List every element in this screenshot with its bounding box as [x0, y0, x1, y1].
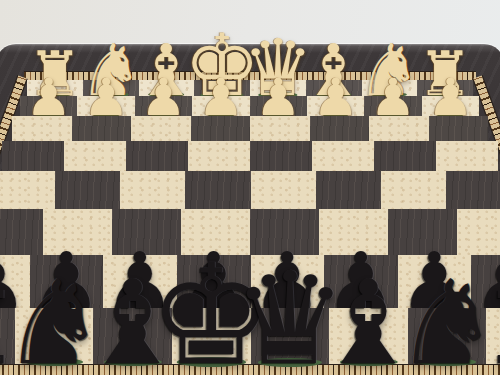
square-e2[interactable]: ♟: [192, 96, 249, 116]
square-c4[interactable]: [312, 141, 374, 171]
piece-black-rook[interactable]: ♜: [481, 279, 500, 375]
square-h4[interactable]: [2, 141, 64, 171]
square-h3[interactable]: [12, 116, 72, 141]
square-f5[interactable]: [120, 171, 185, 209]
square-b8[interactable]: ♞: [408, 308, 487, 364]
square-d2[interactable]: ♟: [250, 96, 307, 116]
rank-row-4: [2, 141, 498, 171]
square-g5[interactable]: [55, 171, 120, 209]
square-a5[interactable]: [446, 171, 500, 209]
rank-row-5: [0, 171, 500, 209]
square-f3[interactable]: [131, 116, 191, 141]
square-e4[interactable]: [188, 141, 250, 171]
square-e5[interactable]: [185, 171, 250, 209]
square-c2[interactable]: ♟: [307, 96, 364, 116]
square-g3[interactable]: [72, 116, 132, 141]
square-g2[interactable]: ♟: [77, 96, 134, 116]
square-d3[interactable]: [250, 116, 310, 141]
square-f4[interactable]: [126, 141, 188, 171]
rank-row-2: ♟♟♟♟♟♟♟♟: [20, 96, 479, 116]
square-b4[interactable]: [374, 141, 436, 171]
square-a2[interactable]: ♟: [422, 96, 479, 116]
square-b5[interactable]: [381, 171, 446, 209]
square-e3[interactable]: [191, 116, 251, 141]
square-h5[interactable]: [0, 171, 55, 209]
rank-row-8: ♜♞♝♚♛♝♞♜: [0, 308, 500, 364]
board-plane: ♜♞♝♚♛♝♞♜♟♟♟♟♟♟♟♟♟♟♟♟♟♟♟♟♜♞♝♚♛♝♞♜: [0, 80, 500, 364]
square-a8[interactable]: ♜: [486, 308, 500, 364]
square-c5[interactable]: [316, 171, 381, 209]
rank-row-3: [12, 116, 488, 141]
square-c3[interactable]: [310, 116, 370, 141]
square-a3[interactable]: [429, 116, 489, 141]
square-g4[interactable]: [64, 141, 126, 171]
square-b2[interactable]: ♟: [364, 96, 421, 116]
square-a4[interactable]: [436, 141, 498, 171]
chess-board: ♜♞♝♚♛♝♞♜♟♟♟♟♟♟♟♟♟♟♟♟♟♟♟♟♜♞♝♚♛♝♞♜: [0, 44, 500, 375]
square-d5[interactable]: [251, 171, 316, 209]
square-d4[interactable]: [250, 141, 312, 171]
chess-photo: ♜♞♝♚♛♝♞♜♟♟♟♟♟♟♟♟♟♟♟♟♟♟♟♟♜♞♝♚♛♝♞♜: [0, 0, 500, 375]
square-b3[interactable]: [369, 116, 429, 141]
square-h2[interactable]: ♟: [20, 96, 77, 116]
square-f2[interactable]: ♟: [135, 96, 192, 116]
